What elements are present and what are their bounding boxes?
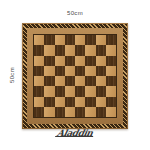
square-b6	[44, 56, 54, 66]
square-e4	[75, 76, 85, 86]
square-h1	[106, 107, 116, 117]
square-d5	[65, 66, 75, 76]
square-b1	[44, 107, 54, 117]
square-a5	[34, 66, 44, 76]
square-e7	[75, 45, 85, 55]
square-h7	[106, 45, 116, 55]
square-f1	[85, 107, 95, 117]
square-d8	[65, 35, 75, 45]
square-b3	[44, 86, 54, 96]
square-d4	[65, 76, 75, 86]
signature-flourish	[55, 136, 93, 137]
square-a4	[34, 76, 44, 86]
board-width-dimension-label: 50cm	[22, 10, 128, 16]
square-a6	[34, 56, 44, 66]
maker-signature: Aladdin	[0, 128, 150, 137]
square-h5	[106, 66, 116, 76]
square-h2	[106, 97, 116, 107]
square-e3	[75, 86, 85, 96]
square-h6	[106, 56, 116, 66]
square-d1	[65, 107, 75, 117]
square-b7	[44, 45, 54, 55]
square-h3	[106, 86, 116, 96]
board-height-dimension-label: 50cm	[9, 55, 15, 95]
square-a1	[34, 107, 44, 117]
square-b2	[44, 97, 54, 107]
square-g3	[96, 86, 106, 96]
chess-board	[22, 23, 128, 129]
square-g4	[96, 76, 106, 86]
square-h4	[106, 76, 116, 86]
square-b8	[44, 35, 54, 45]
square-f5	[85, 66, 95, 76]
square-g5	[96, 66, 106, 76]
square-g6	[96, 56, 106, 66]
square-c7	[55, 45, 65, 55]
square-f4	[85, 76, 95, 86]
square-g1	[96, 107, 106, 117]
square-c8	[55, 35, 65, 45]
square-a7	[34, 45, 44, 55]
square-f6	[85, 56, 95, 66]
square-c5	[55, 66, 65, 76]
square-c4	[55, 76, 65, 86]
square-e8	[75, 35, 85, 45]
square-a3	[34, 86, 44, 96]
square-d6	[65, 56, 75, 66]
square-e6	[75, 56, 85, 66]
square-b4	[44, 76, 54, 86]
product-photo-stage: 50cm 50cm Aladdin	[0, 0, 150, 150]
square-f7	[85, 45, 95, 55]
square-c6	[55, 56, 65, 66]
square-b5	[44, 66, 54, 76]
square-d2	[65, 97, 75, 107]
square-d3	[65, 86, 75, 96]
square-d7	[65, 45, 75, 55]
square-h8	[106, 35, 116, 45]
square-f3	[85, 86, 95, 96]
square-f2	[85, 97, 95, 107]
square-e2	[75, 97, 85, 107]
square-e5	[75, 66, 85, 76]
square-c1	[55, 107, 65, 117]
square-g7	[96, 45, 106, 55]
square-e1	[75, 107, 85, 117]
square-g2	[96, 97, 106, 107]
square-c3	[55, 86, 65, 96]
square-a8	[34, 35, 44, 45]
chess-board-squares	[33, 34, 117, 118]
square-c2	[55, 97, 65, 107]
square-g8	[96, 35, 106, 45]
square-a2	[34, 97, 44, 107]
square-f8	[85, 35, 95, 45]
